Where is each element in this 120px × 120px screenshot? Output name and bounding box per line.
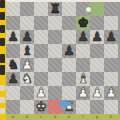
square-f5[interactable] bbox=[76, 44, 90, 58]
square-c5[interactable] bbox=[34, 44, 48, 58]
square-c6[interactable] bbox=[34, 30, 48, 44]
square-b4[interactable]: ♟ bbox=[20, 58, 34, 72]
square-b3[interactable]: ♞ bbox=[20, 72, 34, 86]
piece-black-rook-d8[interactable]: ♜ bbox=[48, 2, 62, 16]
square-g5[interactable] bbox=[90, 44, 104, 58]
square-a7[interactable] bbox=[6, 16, 20, 30]
square-f1[interactable] bbox=[76, 100, 90, 114]
coord-label-c: c bbox=[37, 115, 45, 118]
coord-label-e: e bbox=[65, 115, 73, 118]
square-e7[interactable] bbox=[62, 16, 76, 30]
square-a2[interactable] bbox=[6, 86, 20, 100]
square-g3[interactable] bbox=[90, 72, 104, 86]
square-d3[interactable] bbox=[48, 72, 62, 86]
square-a8[interactable] bbox=[6, 2, 20, 16]
board-top-edge bbox=[6, 0, 120, 2]
piece-white-pawn-b4[interactable]: ♟ bbox=[20, 58, 34, 72]
left-panel-piece-icon-0[interactable] bbox=[0, 0, 5, 8]
square-a3[interactable]: ♟ bbox=[6, 72, 20, 86]
square-a4[interactable]: ♞ bbox=[6, 58, 20, 72]
square-h6[interactable]: ♟ bbox=[104, 30, 118, 44]
piece-white-pawn-g2[interactable]: ♟ bbox=[90, 86, 104, 100]
square-h5[interactable] bbox=[104, 44, 118, 58]
square-a5[interactable] bbox=[6, 44, 20, 58]
piece-white-pawn-f2[interactable]: ♟ bbox=[76, 86, 90, 100]
left-panel-piece-icon-5[interactable] bbox=[0, 65, 5, 75]
square-e3[interactable] bbox=[62, 72, 76, 86]
square-f7[interactable]: ♚ bbox=[76, 16, 90, 30]
square-f2[interactable]: ♟ bbox=[76, 86, 90, 100]
square-d2[interactable] bbox=[48, 86, 62, 100]
move-indicator-dot bbox=[86, 7, 91, 12]
coord-label-b: b bbox=[23, 115, 31, 118]
square-e2[interactable] bbox=[62, 86, 76, 100]
square-e6[interactable] bbox=[62, 30, 76, 44]
square-b2[interactable] bbox=[20, 86, 34, 100]
square-d7[interactable] bbox=[48, 16, 62, 30]
left-panel-piece-icon-2[interactable] bbox=[0, 25, 5, 33]
piece-white-pawn-c2[interactable]: ♟ bbox=[34, 86, 48, 100]
left-panel-piece-icon-7[interactable] bbox=[0, 97, 5, 103]
square-f4[interactable] bbox=[76, 58, 90, 72]
square-a1[interactable] bbox=[6, 100, 20, 114]
square-h4[interactable] bbox=[104, 58, 118, 72]
square-b6[interactable]: ♟ bbox=[20, 30, 34, 44]
left-panel-piece-icon-1[interactable] bbox=[0, 12, 5, 20]
square-e8[interactable] bbox=[62, 2, 76, 16]
coord-label-h: h bbox=[107, 115, 115, 118]
piece-white-knight-b3[interactable]: ♞ bbox=[20, 72, 34, 86]
left-panel-piece-icon-6[interactable] bbox=[0, 85, 5, 91]
piece-black-pawn-g6[interactable]: ♟ bbox=[90, 30, 104, 44]
square-d4[interactable] bbox=[48, 58, 62, 72]
square-d8[interactable]: ♜ bbox=[48, 2, 62, 16]
square-b5[interactable]: ♝ bbox=[20, 44, 34, 58]
left-panel-corner bbox=[0, 114, 6, 120]
square-c7[interactable] bbox=[34, 16, 48, 30]
piece-black-pawn-b6[interactable]: ♟ bbox=[20, 30, 34, 44]
square-h2[interactable]: ♟ bbox=[104, 86, 118, 100]
square-f3[interactable]: ♝ bbox=[76, 72, 90, 86]
square-b1[interactable] bbox=[20, 100, 34, 114]
square-b8[interactable] bbox=[20, 2, 34, 16]
square-c8[interactable] bbox=[34, 2, 48, 16]
square-c2[interactable]: ♟ bbox=[34, 86, 48, 100]
square-g6[interactable]: ♟ bbox=[90, 30, 104, 44]
square-g2[interactable]: ♟ bbox=[90, 86, 104, 100]
square-e5[interactable]: ♟ bbox=[62, 44, 76, 58]
square-g1[interactable] bbox=[90, 100, 104, 114]
piece-black-bishop-b5[interactable]: ♝ bbox=[20, 44, 34, 58]
square-a6[interactable]: ♟ bbox=[6, 30, 20, 44]
square-h7[interactable] bbox=[104, 16, 118, 30]
square-h1[interactable] bbox=[104, 100, 118, 114]
coord-label-a: a bbox=[9, 115, 17, 118]
square-g7[interactable] bbox=[90, 16, 104, 30]
square-d6[interactable] bbox=[48, 30, 62, 44]
blue-arrow-icon bbox=[57, 99, 66, 109]
square-f6[interactable]: ♟ bbox=[76, 30, 90, 44]
file-coordinates-bar: abcdefgh bbox=[6, 114, 120, 120]
square-g8[interactable] bbox=[90, 2, 104, 16]
piece-black-pawn-f6[interactable]: ♟ bbox=[76, 30, 90, 44]
board-right-edge bbox=[118, 2, 120, 114]
left-panel-piece-icon-4[interactable] bbox=[0, 54, 5, 63]
square-c4[interactable] bbox=[34, 58, 48, 72]
square-d5[interactable] bbox=[48, 44, 62, 58]
left-panel-piece-icon-3[interactable] bbox=[0, 38, 5, 46]
piece-black-pawn-a6[interactable]: ♟ bbox=[6, 30, 20, 44]
piece-black-pawn-e5[interactable]: ♟ bbox=[62, 44, 76, 58]
piece-white-pawn-h2[interactable]: ♟ bbox=[104, 86, 118, 100]
square-e4[interactable] bbox=[62, 58, 76, 72]
square-h3[interactable] bbox=[104, 72, 118, 86]
piece-black-knight-a4[interactable]: ♞ bbox=[6, 58, 20, 72]
coord-label-g: g bbox=[93, 115, 101, 118]
piece-black-king-f7[interactable]: ♚ bbox=[76, 16, 90, 30]
coord-label-f: f bbox=[79, 115, 87, 118]
piece-black-pawn-a3[interactable]: ♟ bbox=[6, 72, 20, 86]
blue-arrow-tail bbox=[66, 102, 71, 106]
square-h8[interactable] bbox=[104, 2, 118, 16]
square-c1[interactable]: ♚ bbox=[34, 100, 48, 114]
piece-white-king-c1[interactable]: ♚ bbox=[34, 100, 48, 114]
piece-black-pawn-h6[interactable]: ♟ bbox=[104, 30, 118, 44]
square-g4[interactable] bbox=[90, 58, 104, 72]
coord-label-d: d bbox=[51, 115, 59, 118]
chess-board[interactable]: ♜♚♟♟♟♟♟♝♟♞♟♟♞♝♟♟♟♟♚♜ bbox=[6, 2, 118, 114]
left-panel bbox=[0, 0, 6, 120]
square-c3[interactable] bbox=[34, 72, 48, 86]
square-b7[interactable] bbox=[20, 16, 34, 30]
piece-white-bishop-f3[interactable]: ♝ bbox=[76, 72, 90, 86]
